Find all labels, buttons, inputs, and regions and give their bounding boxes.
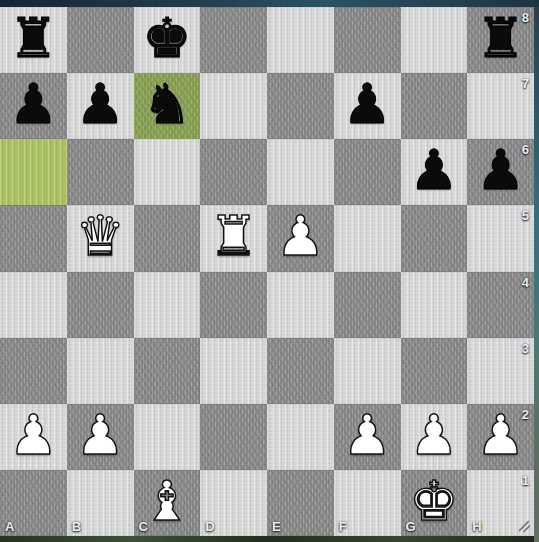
square-a6[interactable]	[0, 139, 67, 205]
square-a2[interactable]: ♟	[0, 404, 67, 470]
file-label-f: F	[339, 519, 347, 534]
square-f1[interactable]: F	[334, 470, 401, 536]
rank-label-8: 8	[522, 10, 529, 25]
square-h1[interactable]: 1H	[467, 470, 534, 536]
rank-label-2: 2	[522, 407, 529, 422]
square-d1[interactable]: D	[200, 470, 267, 536]
square-h8[interactable]: 8♜	[467, 7, 534, 73]
file-label-h: H	[472, 519, 481, 534]
piece-black-knight-c7[interactable]: ♞	[142, 77, 191, 132]
square-e2[interactable]	[267, 404, 334, 470]
square-d6[interactable]	[200, 139, 267, 205]
square-b8[interactable]	[67, 7, 134, 73]
square-e7[interactable]	[267, 73, 334, 139]
square-e6[interactable]	[267, 139, 334, 205]
square-d5[interactable]: ♜	[200, 205, 267, 271]
piece-black-rook-a8[interactable]: ♜	[9, 11, 58, 66]
square-h6[interactable]: 6♟	[467, 139, 534, 205]
file-label-d: D	[205, 519, 214, 534]
rank-label-6: 6	[522, 142, 529, 157]
square-g6[interactable]: ♟	[401, 139, 468, 205]
file-label-e: E	[272, 519, 281, 534]
square-e4[interactable]	[267, 272, 334, 338]
square-g8[interactable]	[401, 7, 468, 73]
square-g5[interactable]	[401, 205, 468, 271]
piece-black-pawn-b7[interactable]: ♟	[75, 77, 124, 132]
file-label-c: C	[139, 519, 148, 534]
square-h4[interactable]: 4	[467, 272, 534, 338]
file-label-g: G	[406, 519, 416, 534]
rank-label-4: 4	[522, 275, 529, 290]
square-d2[interactable]	[200, 404, 267, 470]
piece-white-bishop-c1[interactable]: ♝	[142, 474, 191, 529]
square-a4[interactable]	[0, 272, 67, 338]
piece-white-pawn-f2[interactable]: ♟	[342, 408, 391, 463]
square-h7[interactable]: 7	[467, 73, 534, 139]
piece-black-king-c8[interactable]: ♚	[142, 11, 191, 66]
piece-black-pawn-g6[interactable]: ♟	[409, 143, 458, 198]
square-e1[interactable]: E	[267, 470, 334, 536]
piece-white-rook-d5[interactable]: ♜	[209, 209, 258, 264]
square-b4[interactable]	[67, 272, 134, 338]
piece-white-queen-b5[interactable]: ♛	[75, 209, 124, 264]
square-b3[interactable]	[67, 338, 134, 404]
piece-black-pawn-f7[interactable]: ♟	[342, 77, 391, 132]
square-a5[interactable]	[0, 205, 67, 271]
square-b5[interactable]: ♛	[67, 205, 134, 271]
piece-black-pawn-h6[interactable]: ♟	[476, 143, 525, 198]
square-e3[interactable]	[267, 338, 334, 404]
piece-white-pawn-g2[interactable]: ♟	[409, 408, 458, 463]
square-c8[interactable]: ♚	[134, 7, 201, 73]
square-f4[interactable]	[334, 272, 401, 338]
resize-handle-icon[interactable]	[517, 519, 531, 533]
square-a1[interactable]: A	[0, 470, 67, 536]
piece-white-pawn-e5[interactable]: ♟	[276, 209, 325, 264]
square-c3[interactable]	[134, 338, 201, 404]
file-label-a: A	[5, 519, 14, 534]
square-f6[interactable]	[334, 139, 401, 205]
right-background-bar	[534, 7, 539, 542]
square-f8[interactable]	[334, 7, 401, 73]
piece-black-pawn-a7[interactable]: ♟	[9, 77, 58, 132]
square-c5[interactable]	[134, 205, 201, 271]
square-e5[interactable]: ♟	[267, 205, 334, 271]
square-b1[interactable]: B	[67, 470, 134, 536]
piece-white-pawn-a2[interactable]: ♟	[9, 408, 58, 463]
square-d8[interactable]	[200, 7, 267, 73]
square-h2[interactable]: 2♟	[467, 404, 534, 470]
square-g7[interactable]	[401, 73, 468, 139]
square-h5[interactable]: 5	[467, 205, 534, 271]
square-c7[interactable]: ♞	[134, 73, 201, 139]
square-g2[interactable]: ♟	[401, 404, 468, 470]
piece-white-pawn-h2[interactable]: ♟	[476, 408, 525, 463]
square-d4[interactable]	[200, 272, 267, 338]
square-g3[interactable]	[401, 338, 468, 404]
piece-white-king-g1[interactable]: ♚	[409, 474, 458, 529]
square-b7[interactable]: ♟	[67, 73, 134, 139]
piece-black-rook-h8[interactable]: ♜	[476, 11, 525, 66]
square-f3[interactable]	[334, 338, 401, 404]
top-background-bar	[0, 0, 539, 7]
square-b6[interactable]	[67, 139, 134, 205]
square-e8[interactable]	[267, 7, 334, 73]
file-label-b: B	[72, 519, 81, 534]
rank-label-1: 1	[522, 473, 529, 488]
square-g4[interactable]	[401, 272, 468, 338]
square-d3[interactable]	[200, 338, 267, 404]
square-b2[interactable]: ♟	[67, 404, 134, 470]
square-c4[interactable]	[134, 272, 201, 338]
rank-label-5: 5	[522, 208, 529, 223]
square-a8[interactable]: ♜	[0, 7, 67, 73]
square-d7[interactable]	[200, 73, 267, 139]
square-c2[interactable]	[134, 404, 201, 470]
rank-label-7: 7	[522, 76, 529, 91]
square-f5[interactable]	[334, 205, 401, 271]
square-h3[interactable]: 3	[467, 338, 534, 404]
rank-label-3: 3	[522, 341, 529, 356]
square-g1[interactable]: G♚	[401, 470, 468, 536]
square-c6[interactable]	[134, 139, 201, 205]
square-a3[interactable]	[0, 338, 67, 404]
chess-board: ♜♚8♜♟♟♞♟7♟6♟♛♜♟543♟♟♟♟2♟ABC♝DEFG♚1H	[0, 7, 534, 536]
square-f2[interactable]: ♟	[334, 404, 401, 470]
square-f7[interactable]: ♟	[334, 73, 401, 139]
square-c1[interactable]: C♝	[134, 470, 201, 536]
square-a7[interactable]: ♟	[0, 73, 67, 139]
piece-white-pawn-b2[interactable]: ♟	[75, 408, 124, 463]
bottom-background-bar	[0, 536, 534, 542]
